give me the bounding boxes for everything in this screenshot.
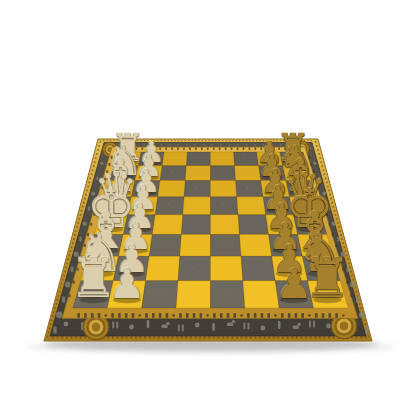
board-square: [211, 181, 237, 197]
board-square: [211, 166, 236, 181]
board-square: [211, 197, 239, 215]
chess-set-photo: ♜♟♟♜♞♟♟♞♝♟♟♝♛♟♟♛♚♟♟♚♝♟♟♝♞♟♟♞♜♟♟♜: [0, 0, 416, 416]
board-square: [237, 197, 266, 215]
board-square: [238, 215, 268, 235]
board-square: [234, 152, 259, 166]
chess-board: [0, 0, 416, 416]
board-square: [183, 197, 211, 215]
board-square: [211, 152, 235, 166]
board-square: [185, 166, 210, 181]
board-square: [240, 234, 272, 256]
board-square: [146, 256, 180, 280]
board-square: [272, 256, 308, 280]
board-square: [235, 166, 261, 181]
board-square: [142, 281, 178, 308]
board-square: [180, 234, 211, 256]
board-square: [211, 256, 243, 280]
board-square: [181, 215, 210, 235]
board-square: [178, 256, 210, 280]
board-square: [236, 181, 264, 197]
board-square: [184, 181, 210, 197]
board-square: [152, 215, 182, 235]
board-square: [113, 256, 149, 280]
board-square: [211, 281, 245, 308]
board-square: [155, 197, 184, 215]
board-square: [186, 152, 210, 166]
board-square: [211, 234, 242, 256]
board-square: [241, 256, 275, 280]
board-square: [162, 152, 187, 166]
board-square: [211, 215, 240, 235]
board-square: [107, 281, 145, 308]
board-square: [176, 281, 210, 308]
board-square: [149, 234, 181, 256]
board-square: [243, 281, 279, 308]
board-square: [158, 181, 186, 197]
board-square: [275, 281, 313, 308]
board-square: [160, 166, 186, 181]
